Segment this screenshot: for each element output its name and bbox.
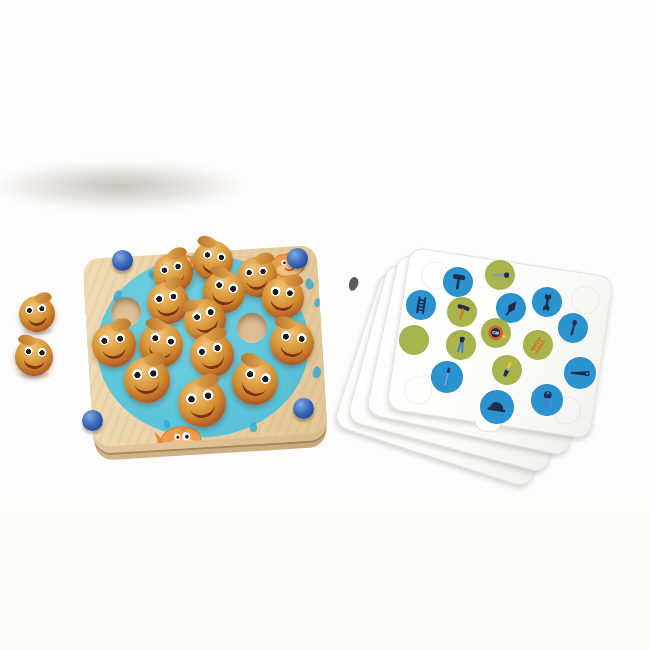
- tape-measure-icon: CM: [483, 320, 509, 346]
- claw-hammer-icon: [449, 299, 475, 325]
- ladder-icon: [408, 292, 434, 318]
- loose-fish-piece[interactable]: [17, 294, 58, 335]
- pincers-icon: [533, 386, 560, 413]
- loose-fish-piece[interactable]: [13, 336, 55, 378]
- corner-peg: [82, 410, 103, 431]
- long-screwdriver-icon: [433, 363, 460, 390]
- fish-face: [267, 318, 317, 368]
- ladder-orange-icon: [525, 332, 551, 358]
- card-hang-hole: [347, 276, 360, 292]
- screwdriver-icon: [560, 315, 586, 341]
- board-hole[interactable]: [237, 313, 267, 343]
- water-drop-decoration: [313, 297, 322, 307]
- fish-face: [260, 275, 306, 321]
- paintbrush-icon: [494, 357, 520, 383]
- fish-face: [174, 375, 231, 432]
- fish-face: [17, 294, 58, 335]
- fish-piece[interactable]: [174, 375, 231, 432]
- blank-icon: [401, 327, 427, 353]
- wrench-icon: [534, 289, 560, 315]
- board-cast-shadow: [0, 160, 252, 212]
- fish-piece[interactable]: [260, 275, 306, 321]
- pliers-icon: [448, 332, 474, 358]
- saw-icon: [487, 262, 513, 288]
- card-corner-diecut: [569, 284, 601, 316]
- trowel-icon: [498, 295, 524, 321]
- fish-piece[interactable]: [122, 355, 173, 406]
- card-corner-diecut: [402, 374, 434, 406]
- product-photo-scene: CM: [0, 0, 650, 650]
- corner-peg: [287, 248, 308, 269]
- fish-face: [13, 336, 55, 378]
- fish-piece[interactable]: [267, 318, 317, 368]
- fish-face: [122, 355, 173, 406]
- handsaw-icon: [566, 359, 593, 386]
- hard-hat-icon: [482, 392, 511, 421]
- hammer-icon: [445, 269, 471, 295]
- corner-peg: [112, 250, 133, 271]
- corner-peg: [293, 398, 314, 419]
